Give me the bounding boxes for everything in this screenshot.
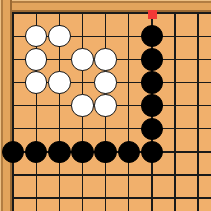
grid-line-horizontal [12, 174, 211, 176]
white-stone [25, 25, 47, 47]
black-stone [141, 25, 163, 47]
black-stone [141, 141, 163, 163]
black-stone [2, 141, 24, 163]
white-stone [25, 48, 47, 70]
white-stone [71, 94, 93, 116]
go-board [0, 0, 211, 211]
black-stone [71, 141, 93, 163]
board-border-left [0, 0, 12, 211]
white-stone [94, 48, 116, 70]
white-stone [25, 71, 47, 93]
black-stone [141, 48, 163, 70]
black-stone [48, 141, 70, 163]
black-stone [141, 71, 163, 93]
black-stone [141, 118, 163, 140]
grid-line-horizontal [12, 197, 211, 199]
white-stone [94, 71, 116, 93]
black-stone [25, 141, 47, 163]
grid-line-horizontal [12, 128, 211, 130]
black-stone [141, 94, 163, 116]
white-stone [71, 48, 93, 70]
black-stone [118, 141, 140, 163]
grid-line-horizontal [12, 12, 211, 14]
black-stone [94, 141, 116, 163]
grid-line-vertical [12, 12, 14, 211]
board-border-top [0, 0, 211, 12]
grid-line-vertical [174, 12, 176, 211]
white-stone [94, 94, 116, 116]
grid-line-vertical [197, 12, 199, 211]
grid-line-vertical [128, 12, 130, 211]
board-play-area[interactable] [0, 0, 211, 211]
white-stone [48, 71, 70, 93]
white-stone [48, 25, 70, 47]
problem-boundary-marker [148, 10, 157, 19]
